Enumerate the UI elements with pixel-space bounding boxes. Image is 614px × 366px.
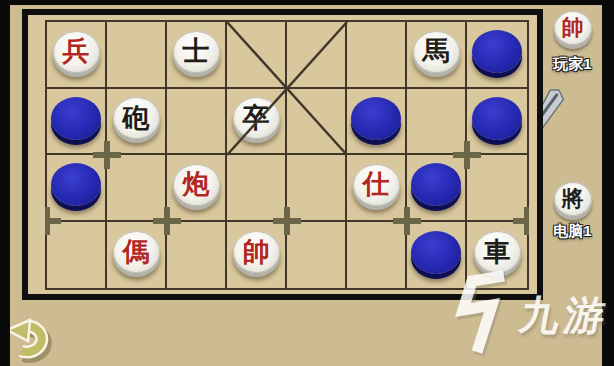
window-edge-left: [0, 0, 10, 366]
piece-glyph: 炮: [183, 171, 210, 198]
cell-r3c5[interactable]: [287, 155, 347, 222]
cell-r2c2[interactable]: 砲: [107, 89, 167, 156]
piece-glyph: 兵: [63, 38, 90, 65]
cell-r3c6[interactable]: 仕: [347, 155, 407, 222]
player1-piece-glyph: 帥: [562, 17, 584, 39]
black-piece-砲[interactable]: 砲: [113, 97, 160, 139]
red-piece-傌[interactable]: 傌: [113, 231, 160, 273]
cell-r4c3[interactable]: [167, 222, 227, 289]
player1-general-piece: 帥: [554, 11, 592, 45]
cell-r3c7[interactable]: [407, 155, 467, 222]
cell-r1c1[interactable]: 兵: [47, 22, 107, 89]
cell-r1c3[interactable]: 士: [167, 22, 227, 89]
cell-r4c7[interactable]: [407, 222, 467, 289]
cell-r4c2[interactable]: 傌: [107, 222, 167, 289]
piece-glyph: 傌: [123, 239, 150, 266]
piece-glyph: 馬: [423, 38, 450, 65]
window-edge-top: [0, 0, 614, 5]
cell-r3c1[interactable]: [47, 155, 107, 222]
cell-r4c5[interactable]: [287, 222, 347, 289]
player2-label: 电脑1: [553, 222, 591, 241]
red-piece-炮[interactable]: 炮: [173, 164, 220, 206]
sidebar: 帥 玩家1 將 电脑1: [543, 0, 602, 366]
board-grid: 兵士馬砲卒炮仕傌帥車: [45, 20, 529, 290]
window-edge-right: [602, 0, 614, 366]
cell-r2c3[interactable]: [167, 89, 227, 156]
cell-r3c4[interactable]: [227, 155, 287, 222]
sword-icon: [543, 86, 605, 182]
cell-r4c4[interactable]: 帥: [227, 222, 287, 289]
red-piece-帥[interactable]: 帥: [233, 231, 280, 273]
cell-r3c3[interactable]: 炮: [167, 155, 227, 222]
player1-label: 玩家1: [553, 55, 591, 74]
black-piece-馬[interactable]: 馬: [413, 31, 460, 73]
cell-r1c8[interactable]: [467, 22, 527, 89]
cell-r3c8[interactable]: [467, 155, 527, 222]
piece-glyph: 士: [183, 38, 210, 65]
cell-r1c2[interactable]: [107, 22, 167, 89]
cell-r2c8[interactable]: [467, 89, 527, 156]
face-down-piece[interactable]: [472, 97, 522, 140]
banqi-board: 兵士馬砲卒炮仕傌帥車: [22, 9, 543, 300]
cell-r3c2[interactable]: [107, 155, 167, 222]
cell-r2c4[interactable]: 卒: [227, 89, 287, 156]
black-piece-車[interactable]: 車: [474, 231, 521, 273]
cell-r1c4[interactable]: [227, 22, 287, 89]
face-down-piece[interactable]: [472, 30, 522, 73]
face-down-piece[interactable]: [51, 97, 101, 140]
face-down-piece[interactable]: [411, 163, 461, 206]
cell-r4c1[interactable]: [47, 222, 107, 289]
piece-glyph: 卒: [243, 105, 270, 132]
player2-general-piece: 將: [554, 182, 592, 216]
cell-r2c7[interactable]: [407, 89, 467, 156]
undo-button[interactable]: [4, 314, 62, 366]
player2-piece-glyph: 將: [562, 188, 584, 210]
black-piece-卒[interactable]: 卒: [233, 97, 280, 139]
cell-r1c6[interactable]: [347, 22, 407, 89]
face-down-piece[interactable]: [51, 163, 101, 206]
cell-r2c5[interactable]: [287, 89, 347, 156]
game-screen: 兵士馬砲卒炮仕傌帥車 帥 玩家1: [0, 0, 614, 366]
piece-glyph: 砲: [123, 105, 150, 132]
cell-r4c8[interactable]: 車: [467, 222, 527, 289]
cell-r1c7[interactable]: 馬: [407, 22, 467, 89]
face-down-piece[interactable]: [351, 97, 401, 140]
red-piece-仕[interactable]: 仕: [353, 164, 400, 206]
piece-glyph: 車: [484, 239, 511, 266]
face-down-piece[interactable]: [411, 231, 461, 274]
red-piece-兵[interactable]: 兵: [53, 31, 100, 73]
cell-r2c6[interactable]: [347, 89, 407, 156]
cell-r4c6[interactable]: [347, 222, 407, 289]
piece-glyph: 帥: [243, 239, 270, 266]
cell-r2c1[interactable]: [47, 89, 107, 156]
cell-r1c5[interactable]: [287, 22, 347, 89]
piece-glyph: 仕: [363, 171, 390, 198]
black-piece-士[interactable]: 士: [173, 31, 220, 73]
